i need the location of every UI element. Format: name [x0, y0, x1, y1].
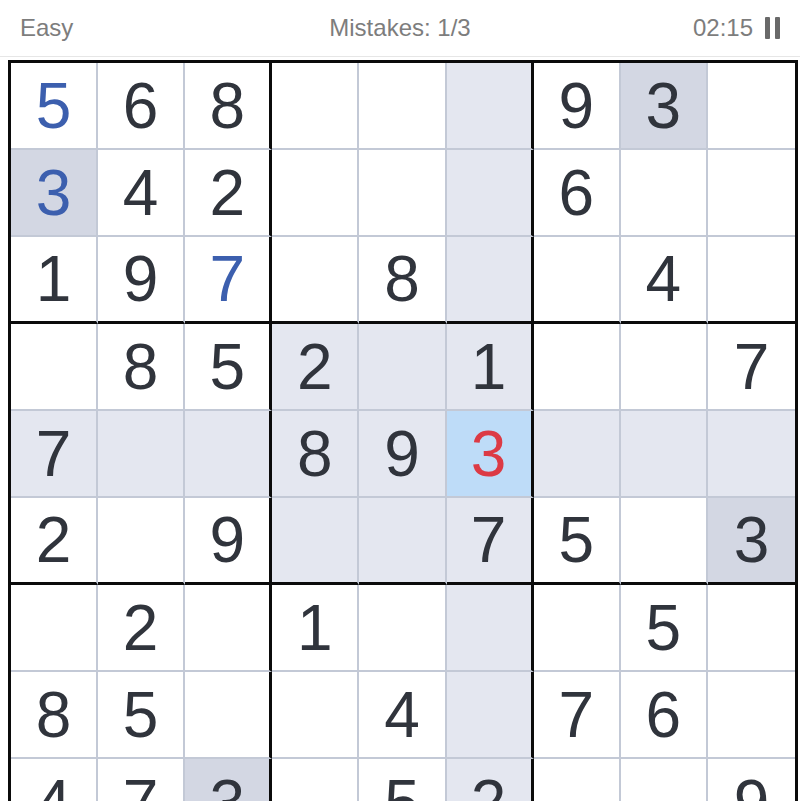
cell-r9c1[interactable]: 4 [11, 759, 98, 801]
cell-r8c8[interactable]: 6 [621, 672, 708, 759]
cell-r9c5[interactable]: 5 [359, 759, 446, 801]
cell-r4c8[interactable] [621, 324, 708, 411]
cell-r3c5[interactable]: 8 [359, 237, 446, 324]
cell-r6c6[interactable]: 7 [447, 498, 534, 585]
cell-r2c7[interactable]: 6 [534, 150, 621, 237]
cell-r4c3[interactable]: 5 [185, 324, 272, 411]
cell-r8c3[interactable] [185, 672, 272, 759]
cell-r6c2[interactable] [98, 498, 185, 585]
timer: 02:15 [693, 14, 753, 42]
cell-r7c1[interactable] [11, 585, 98, 672]
cell-r4c7[interactable] [534, 324, 621, 411]
cell-r9c8[interactable] [621, 759, 708, 801]
cell-r1c8[interactable]: 3 [621, 63, 708, 150]
cell-r7c3[interactable] [185, 585, 272, 672]
cell-r4c4[interactable]: 2 [272, 324, 359, 411]
cell-r6c7[interactable]: 5 [534, 498, 621, 585]
cell-r1c1[interactable]: 5 [11, 63, 98, 150]
cell-r2c1[interactable]: 3 [11, 150, 98, 237]
cell-r2c5[interactable] [359, 150, 446, 237]
cell-r7c9[interactable] [708, 585, 795, 672]
cell-r4c6[interactable]: 1 [447, 324, 534, 411]
cell-r2c8[interactable] [621, 150, 708, 237]
cell-r8c7[interactable]: 7 [534, 672, 621, 759]
cell-r5c4[interactable]: 8 [272, 411, 359, 498]
cell-r3c7[interactable] [534, 237, 621, 324]
cell-r5c7[interactable] [534, 411, 621, 498]
cell-r7c5[interactable] [359, 585, 446, 672]
cell-r1c7[interactable]: 9 [534, 63, 621, 150]
cell-r1c6[interactable] [447, 63, 534, 150]
cell-r5c1[interactable]: 7 [11, 411, 98, 498]
cell-r7c2[interactable]: 2 [98, 585, 185, 672]
cell-r9c7[interactable] [534, 759, 621, 801]
pause-icon[interactable] [765, 17, 780, 39]
cell-r2c2[interactable]: 4 [98, 150, 185, 237]
cell-r5c8[interactable] [621, 411, 708, 498]
cell-r7c7[interactable] [534, 585, 621, 672]
cell-r7c8[interactable]: 5 [621, 585, 708, 672]
cell-r6c4[interactable] [272, 498, 359, 585]
cell-r6c8[interactable] [621, 498, 708, 585]
cell-r9c9[interactable]: 9 [708, 759, 795, 801]
cell-r3c4[interactable] [272, 237, 359, 324]
cell-r9c4[interactable] [272, 759, 359, 801]
cell-r3c8[interactable]: 4 [621, 237, 708, 324]
cell-r5c6[interactable]: 3 [447, 411, 534, 498]
cell-r3c9[interactable] [708, 237, 795, 324]
cell-r1c9[interactable] [708, 63, 795, 150]
cell-r4c5[interactable] [359, 324, 446, 411]
cell-r1c3[interactable]: 8 [185, 63, 272, 150]
cell-r8c6[interactable] [447, 672, 534, 759]
cell-r3c1[interactable]: 1 [11, 237, 98, 324]
cell-r9c3[interactable]: 3 [185, 759, 272, 801]
cell-r8c5[interactable]: 4 [359, 672, 446, 759]
cell-r5c9[interactable] [708, 411, 795, 498]
cell-r9c2[interactable]: 7 [98, 759, 185, 801]
cell-r2c4[interactable] [272, 150, 359, 237]
cell-r9c6[interactable]: 2 [447, 759, 534, 801]
cell-r4c2[interactable]: 8 [98, 324, 185, 411]
cell-r6c1[interactable]: 2 [11, 498, 98, 585]
sudoku-board: 5689334261978485217789329753215854764735… [8, 60, 798, 801]
cell-r5c2[interactable] [98, 411, 185, 498]
cell-r1c4[interactable] [272, 63, 359, 150]
cell-r3c6[interactable] [447, 237, 534, 324]
cell-r6c5[interactable] [359, 498, 446, 585]
cell-r6c3[interactable]: 9 [185, 498, 272, 585]
cell-r2c9[interactable] [708, 150, 795, 237]
cell-r8c4[interactable] [272, 672, 359, 759]
cell-r5c3[interactable] [185, 411, 272, 498]
cell-r4c1[interactable] [11, 324, 98, 411]
cell-r5c5[interactable]: 9 [359, 411, 446, 498]
top-bar: Easy Mistakes: 1/3 02:15 [0, 0, 800, 57]
mistakes-counter: Mistakes: 1/3 [0, 14, 800, 42]
sudoku-app: Easy Mistakes: 1/3 02:15 568933426197848… [0, 0, 800, 801]
cell-r1c5[interactable] [359, 63, 446, 150]
cell-r8c1[interactable]: 8 [11, 672, 98, 759]
cell-r2c6[interactable] [447, 150, 534, 237]
cell-r1c2[interactable]: 6 [98, 63, 185, 150]
cell-r8c9[interactable] [708, 672, 795, 759]
cell-r6c9[interactable]: 3 [708, 498, 795, 585]
cell-r4c9[interactable]: 7 [708, 324, 795, 411]
cell-r7c6[interactable] [447, 585, 534, 672]
cell-r2c3[interactable]: 2 [185, 150, 272, 237]
cell-r8c2[interactable]: 5 [98, 672, 185, 759]
cell-r3c2[interactable]: 9 [98, 237, 185, 324]
difficulty-label: Easy [20, 14, 73, 42]
cell-r7c4[interactable]: 1 [272, 585, 359, 672]
cell-r3c3[interactable]: 7 [185, 237, 272, 324]
